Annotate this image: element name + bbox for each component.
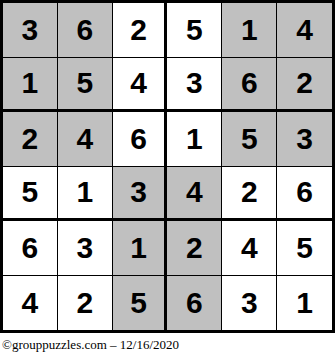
sudoku-cell-r5c2: 3 <box>58 221 113 276</box>
sudoku-cell-r1c2: 6 <box>58 3 113 58</box>
sudoku-cell-r2c6: 2 <box>277 58 332 113</box>
sudoku-cell-r6c3: 5 <box>113 276 168 331</box>
sudoku-cell-r3c1: 2 <box>3 112 58 167</box>
sudoku-cell-r1c4: 5 <box>167 3 222 58</box>
sudoku-cell-r6c2: 2 <box>58 276 113 331</box>
sudoku-cell-r6c5: 3 <box>222 276 277 331</box>
sudoku-board: 362514154362246153513426631245425631 <box>0 0 335 333</box>
sudoku-cell-r3c5: 5 <box>222 112 277 167</box>
sudoku-cell-r2c2: 5 <box>58 58 113 113</box>
sudoku-cell-r2c3: 4 <box>113 58 168 113</box>
sudoku-cell-r5c3: 1 <box>113 221 168 276</box>
sudoku-cell-r6c1: 4 <box>3 276 58 331</box>
sudoku-cell-r3c3: 6 <box>113 112 168 167</box>
sudoku-cell-r1c1: 3 <box>3 3 58 58</box>
sudoku-cell-r6c4: 6 <box>167 276 222 331</box>
sudoku-cell-r3c4: 1 <box>167 112 222 167</box>
sudoku-cell-r4c3: 3 <box>113 167 168 222</box>
sudoku-cell-r5c5: 4 <box>222 221 277 276</box>
sudoku-cell-r4c1: 5 <box>3 167 58 222</box>
sudoku-cell-r4c2: 1 <box>58 167 113 222</box>
sudoku-cell-r3c6: 3 <box>277 112 332 167</box>
sudoku-cell-r2c4: 3 <box>167 58 222 113</box>
sudoku-cell-r3c2: 4 <box>58 112 113 167</box>
sudoku-cell-r2c1: 1 <box>3 58 58 113</box>
sudoku-cell-r6c6: 1 <box>277 276 332 331</box>
sudoku-cell-r1c6: 4 <box>277 3 332 58</box>
sudoku-cell-r1c3: 2 <box>113 3 168 58</box>
sudoku-cell-r5c6: 5 <box>277 221 332 276</box>
sudoku-cell-r1c5: 1 <box>222 3 277 58</box>
sudoku-cell-r5c4: 2 <box>167 221 222 276</box>
sudoku-cell-r4c6: 6 <box>277 167 332 222</box>
copyright-text: ©grouppuzzles.com – 12/16/2020 <box>2 337 179 353</box>
sudoku-cell-r4c5: 2 <box>222 167 277 222</box>
sudoku-cell-r5c1: 6 <box>3 221 58 276</box>
sudoku-cell-r2c5: 6 <box>222 58 277 113</box>
sudoku-cell-r4c4: 4 <box>167 167 222 222</box>
